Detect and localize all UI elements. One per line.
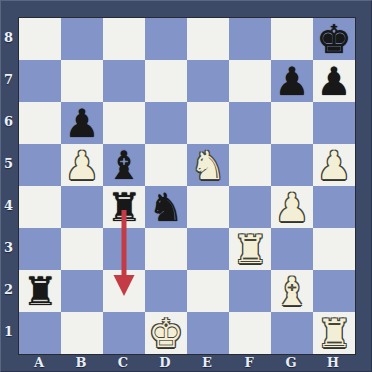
piece-white-king[interactable]: ♚	[145, 312, 187, 354]
square-c6[interactable]	[103, 102, 145, 144]
square-d3[interactable]	[145, 228, 187, 270]
file-label-h: H	[312, 354, 354, 372]
piece-white-rook[interactable]: ♜	[313, 312, 355, 354]
square-d7[interactable]	[145, 60, 187, 102]
piece-black-rook[interactable]: ♜	[19, 270, 61, 312]
square-h8[interactable]: ♚	[313, 18, 355, 60]
square-c3[interactable]	[103, 228, 145, 270]
square-e1[interactable]	[187, 312, 229, 354]
file-label-e: E	[186, 354, 228, 372]
square-a7[interactable]	[19, 60, 61, 102]
square-d5[interactable]	[145, 144, 187, 186]
square-f4[interactable]	[229, 186, 271, 228]
square-b1[interactable]	[61, 312, 103, 354]
square-a5[interactable]	[19, 144, 61, 186]
square-g4[interactable]: ♟	[271, 186, 313, 228]
square-c8[interactable]	[103, 18, 145, 60]
square-e4[interactable]	[187, 186, 229, 228]
square-c2[interactable]	[103, 270, 145, 312]
square-b2[interactable]	[61, 270, 103, 312]
square-f1[interactable]	[229, 312, 271, 354]
square-a3[interactable]	[19, 228, 61, 270]
square-b8[interactable]	[61, 18, 103, 60]
square-f8[interactable]	[229, 18, 271, 60]
square-g7[interactable]: ♟	[271, 60, 313, 102]
file-label-g: G	[270, 354, 312, 372]
rank-label-4: 4	[0, 185, 17, 227]
file-label-a: A	[18, 354, 60, 372]
square-h5[interactable]: ♟	[313, 144, 355, 186]
rank-label-5: 5	[0, 143, 17, 185]
square-e7[interactable]	[187, 60, 229, 102]
piece-black-pawn[interactable]: ♟	[313, 60, 355, 102]
square-d4[interactable]: ♞	[145, 186, 187, 228]
square-c7[interactable]	[103, 60, 145, 102]
square-g1[interactable]	[271, 312, 313, 354]
square-a1[interactable]	[19, 312, 61, 354]
square-e3[interactable]	[187, 228, 229, 270]
file-label-d: D	[144, 354, 186, 372]
square-a4[interactable]	[19, 186, 61, 228]
square-e6[interactable]	[187, 102, 229, 144]
rank-label-2: 2	[0, 269, 17, 311]
piece-black-king[interactable]: ♚	[313, 18, 355, 60]
piece-black-rook[interactable]: ♜	[103, 186, 145, 228]
rank-label-7: 7	[0, 59, 17, 101]
file-label-c: C	[102, 354, 144, 372]
square-h6[interactable]	[313, 102, 355, 144]
rank-label-3: 3	[0, 227, 17, 269]
rank-label-6: 6	[0, 101, 17, 143]
square-g5[interactable]	[271, 144, 313, 186]
square-h1[interactable]: ♜	[313, 312, 355, 354]
square-a8[interactable]	[19, 18, 61, 60]
square-d1[interactable]: ♚	[145, 312, 187, 354]
square-f3[interactable]: ♜	[229, 228, 271, 270]
square-d6[interactable]	[145, 102, 187, 144]
square-b6[interactable]: ♟	[61, 102, 103, 144]
square-e2[interactable]	[187, 270, 229, 312]
rank-label-8: 8	[0, 17, 17, 59]
square-d8[interactable]	[145, 18, 187, 60]
square-b3[interactable]	[61, 228, 103, 270]
square-c5[interactable]: ♝	[103, 144, 145, 186]
chessboard-frame: ♚♟♟♟♟♝♞♟♜♞♟♜♜♝♚♜ 87654321ABCDEFGH	[0, 0, 372, 372]
square-c1[interactable]	[103, 312, 145, 354]
file-label-f: F	[228, 354, 270, 372]
rank-label-1: 1	[0, 311, 17, 353]
square-f6[interactable]	[229, 102, 271, 144]
square-h2[interactable]	[313, 270, 355, 312]
board: ♚♟♟♟♟♝♞♟♜♞♟♜♜♝♚♜	[18, 17, 356, 355]
square-c4[interactable]: ♜	[103, 186, 145, 228]
piece-black-pawn[interactable]: ♟	[271, 60, 313, 102]
square-h4[interactable]	[313, 186, 355, 228]
square-f7[interactable]	[229, 60, 271, 102]
file-label-b: B	[60, 354, 102, 372]
square-h3[interactable]	[313, 228, 355, 270]
square-e5[interactable]: ♞	[187, 144, 229, 186]
square-b4[interactable]	[61, 186, 103, 228]
square-b5[interactable]: ♟	[61, 144, 103, 186]
square-e8[interactable]	[187, 18, 229, 60]
square-g8[interactable]	[271, 18, 313, 60]
piece-white-pawn[interactable]: ♟	[313, 144, 355, 186]
piece-white-bishop[interactable]: ♝	[271, 270, 313, 312]
square-d2[interactable]	[145, 270, 187, 312]
square-a6[interactable]	[19, 102, 61, 144]
square-g3[interactable]	[271, 228, 313, 270]
piece-white-pawn[interactable]: ♟	[61, 144, 103, 186]
square-f5[interactable]	[229, 144, 271, 186]
square-g6[interactable]	[271, 102, 313, 144]
piece-black-bishop[interactable]: ♝	[103, 144, 145, 186]
piece-white-knight[interactable]: ♞	[187, 144, 229, 186]
square-g2[interactable]: ♝	[271, 270, 313, 312]
square-b7[interactable]	[61, 60, 103, 102]
piece-white-rook[interactable]: ♜	[229, 228, 271, 270]
square-f2[interactable]	[229, 270, 271, 312]
square-h7[interactable]: ♟	[313, 60, 355, 102]
piece-black-knight[interactable]: ♞	[145, 186, 187, 228]
square-a2[interactable]: ♜	[19, 270, 61, 312]
piece-white-pawn[interactable]: ♟	[271, 186, 313, 228]
piece-black-pawn[interactable]: ♟	[61, 102, 103, 144]
